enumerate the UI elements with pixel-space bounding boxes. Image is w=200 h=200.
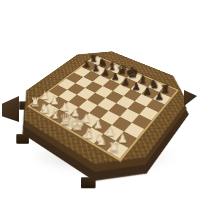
white-knight: ♞ (94, 133, 107, 147)
white-rook: ♜ (107, 141, 119, 154)
black-pawn: ♟ (121, 77, 130, 87)
black-pawn: ♟ (91, 64, 99, 73)
black-pawn: ♟ (132, 82, 141, 92)
black-pawn: ♟ (143, 87, 152, 97)
white-pawn: ♟ (40, 91, 49, 101)
board-foot-right (81, 177, 96, 188)
black-pawn: ♟ (154, 92, 163, 102)
black-pawn: ♟ (111, 73, 119, 82)
white-bishop: ♝ (82, 126, 95, 140)
side-latch-left (2, 96, 19, 122)
black-pawn: ♟ (82, 60, 90, 69)
chess-set-photo: ♜♞♝♛♚♝♞♜♟♟♟♟♟♟♟♟♟♟♟♟♟♟♟♟♜♞♝♛♚♝♞♜ (0, 0, 200, 200)
board-foot-front (16, 134, 29, 144)
black-pawn: ♟ (101, 68, 109, 77)
